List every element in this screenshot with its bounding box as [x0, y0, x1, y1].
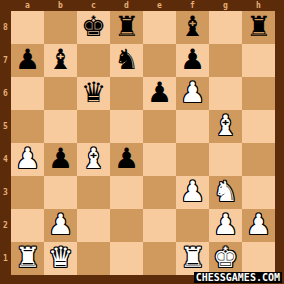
square-c2[interactable]	[77, 209, 110, 242]
square-d7[interactable]: ♞	[110, 44, 143, 77]
square-a8[interactable]	[11, 11, 44, 44]
white-bishop-g5: ♝	[209, 110, 242, 143]
square-h4[interactable]	[242, 143, 275, 176]
square-f5[interactable]	[176, 110, 209, 143]
square-h2[interactable]: ♟	[242, 209, 275, 242]
square-d6[interactable]	[110, 77, 143, 110]
square-b5[interactable]	[44, 110, 77, 143]
square-e2[interactable]	[143, 209, 176, 242]
square-g1[interactable]: ♚	[209, 242, 242, 275]
white-rook-f1: ♜	[176, 242, 209, 275]
square-b6[interactable]	[44, 77, 77, 110]
square-e4[interactable]	[143, 143, 176, 176]
white-pawn-b2: ♟	[44, 209, 77, 242]
black-pawn-f7: ♟	[176, 44, 209, 77]
square-g6[interactable]	[209, 77, 242, 110]
square-f6[interactable]: ♟	[176, 77, 209, 110]
black-queen-c6: ♛	[77, 77, 110, 110]
square-h3[interactable]	[242, 176, 275, 209]
rank-label-7: 7	[0, 44, 11, 77]
white-pawn-g2: ♟	[209, 209, 242, 242]
square-a4[interactable]: ♟	[11, 143, 44, 176]
square-g3[interactable]: ♞	[209, 176, 242, 209]
black-bishop-f8: ♝	[176, 11, 209, 44]
black-rook-d8: ♜	[110, 11, 143, 44]
rank-label-3: 3	[0, 176, 11, 209]
square-e1[interactable]	[143, 242, 176, 275]
square-a2[interactable]	[11, 209, 44, 242]
black-knight-d7: ♞	[110, 44, 143, 77]
file-label-g: g	[209, 0, 242, 11]
square-c3[interactable]	[77, 176, 110, 209]
square-f8[interactable]: ♝	[176, 11, 209, 44]
square-g8[interactable]	[209, 11, 242, 44]
square-a6[interactable]	[11, 77, 44, 110]
file-labels: abcdefgh	[11, 0, 275, 11]
rank-label-2: 2	[0, 209, 11, 242]
square-a5[interactable]	[11, 110, 44, 143]
square-c4[interactable]: ♝	[77, 143, 110, 176]
rank-label-1: 1	[0, 242, 11, 275]
square-a3[interactable]	[11, 176, 44, 209]
square-c6[interactable]: ♛	[77, 77, 110, 110]
square-d5[interactable]	[110, 110, 143, 143]
white-pawn-h2: ♟	[242, 209, 275, 242]
square-b8[interactable]	[44, 11, 77, 44]
file-label-b: b	[44, 0, 77, 11]
chess-board: ♚♜♝♜♟♝♞♟♛♟♟♝♟♟♝♟♟♞♟♟♟♜♛♜♚	[11, 11, 275, 275]
square-e8[interactable]	[143, 11, 176, 44]
black-rook-h8: ♜	[242, 11, 275, 44]
white-pawn-a4: ♟	[11, 143, 44, 176]
white-king-g1: ♚	[209, 242, 242, 275]
square-g4[interactable]	[209, 143, 242, 176]
white-pawn-f6: ♟	[176, 77, 209, 110]
square-g7[interactable]	[209, 44, 242, 77]
chessgames-logo[interactable]: CHESSGAMES.COM	[194, 272, 282, 283]
rank-label-6: 6	[0, 77, 11, 110]
black-pawn-a7: ♟	[11, 44, 44, 77]
black-pawn-d4: ♟	[110, 143, 143, 176]
square-d8[interactable]: ♜	[110, 11, 143, 44]
rank-label-8: 8	[0, 11, 11, 44]
square-e6[interactable]: ♟	[143, 77, 176, 110]
file-label-a: a	[11, 0, 44, 11]
square-f7[interactable]: ♟	[176, 44, 209, 77]
square-g5[interactable]: ♝	[209, 110, 242, 143]
square-d2[interactable]	[110, 209, 143, 242]
black-bishop-b7: ♝	[44, 44, 77, 77]
square-e7[interactable]	[143, 44, 176, 77]
square-f4[interactable]	[176, 143, 209, 176]
square-b2[interactable]: ♟	[44, 209, 77, 242]
square-a7[interactable]: ♟	[11, 44, 44, 77]
square-h6[interactable]	[242, 77, 275, 110]
square-a1[interactable]: ♜	[11, 242, 44, 275]
black-pawn-e6: ♟	[143, 77, 176, 110]
square-f2[interactable]	[176, 209, 209, 242]
square-d1[interactable]	[110, 242, 143, 275]
white-knight-g3: ♞	[209, 176, 242, 209]
chess-board-frame: abcdefgh 87654321 ♚♜♝♜♟♝♞♟♛♟♟♝♟♟♝♟♟♞♟♟♟♜…	[0, 0, 284, 284]
file-label-e: e	[143, 0, 176, 11]
square-b1[interactable]: ♛	[44, 242, 77, 275]
square-e3[interactable]	[143, 176, 176, 209]
square-d3[interactable]	[110, 176, 143, 209]
white-queen-b1: ♛	[44, 242, 77, 275]
square-c1[interactable]	[77, 242, 110, 275]
square-h8[interactable]: ♜	[242, 11, 275, 44]
rank-label-4: 4	[0, 143, 11, 176]
black-pawn-b4: ♟	[44, 143, 77, 176]
square-h1[interactable]	[242, 242, 275, 275]
square-h5[interactable]	[242, 110, 275, 143]
square-h7[interactable]	[242, 44, 275, 77]
square-d4[interactable]: ♟	[110, 143, 143, 176]
white-rook-a1: ♜	[11, 242, 44, 275]
rank-labels: 87654321	[0, 11, 11, 275]
square-f1[interactable]: ♜	[176, 242, 209, 275]
black-king-c8: ♚	[77, 11, 110, 44]
square-c7[interactable]	[77, 44, 110, 77]
square-f3[interactable]: ♟	[176, 176, 209, 209]
square-c8[interactable]: ♚	[77, 11, 110, 44]
square-e5[interactable]	[143, 110, 176, 143]
rank-label-5: 5	[0, 110, 11, 143]
square-c5[interactable]	[77, 110, 110, 143]
white-pawn-f3: ♟	[176, 176, 209, 209]
square-b3[interactable]	[44, 176, 77, 209]
square-b4[interactable]: ♟	[44, 143, 77, 176]
square-g2[interactable]: ♟	[209, 209, 242, 242]
square-b7[interactable]: ♝	[44, 44, 77, 77]
white-bishop-c4: ♝	[77, 143, 110, 176]
